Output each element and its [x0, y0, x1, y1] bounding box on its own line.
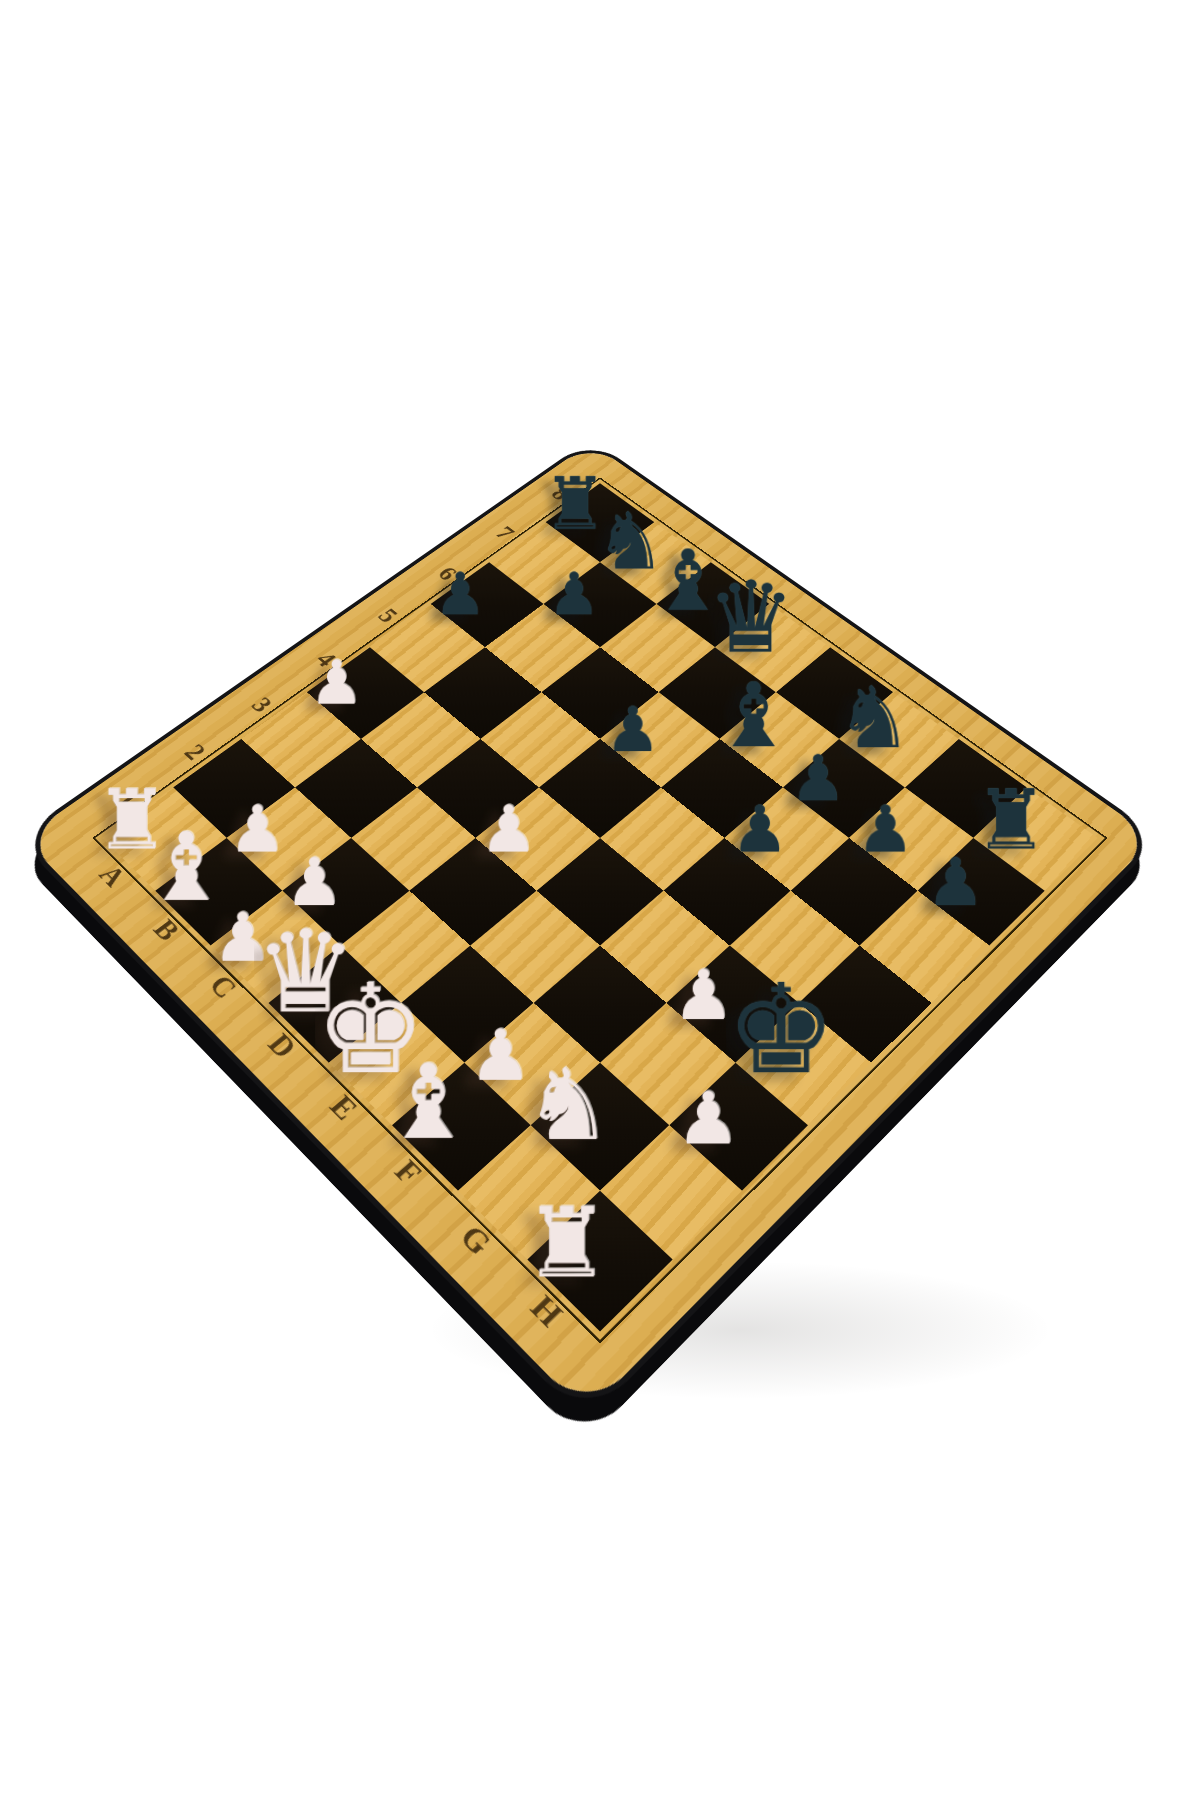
piece-black-queen: ♛ [707, 569, 789, 668]
piece-black-pawn: ♟ [420, 565, 501, 624]
piece-white-knight: ♞ [519, 1056, 618, 1155]
piece-white-rook: ♜ [515, 1195, 619, 1292]
product-photo-scene: 87654321 ABCDEFGH ♜♞♝♛♞♜♟♝♟♟♟♟♟♟♟♟♟♚♟♟♟♟… [0, 0, 1200, 1800]
piece-black-pawn: ♟ [715, 797, 804, 862]
piece-white-pawn: ♟ [295, 652, 379, 713]
piece-black-pawn: ♟ [590, 699, 675, 761]
piece-black-pawn: ♟ [910, 849, 1001, 915]
piece-white-pawn: ♟ [464, 797, 553, 862]
piece-white-pawn: ♟ [659, 1083, 758, 1155]
piece-black-pawn: ♟ [534, 565, 615, 624]
piece-white-bishop: ♝ [379, 1051, 478, 1155]
piece-black-king: ♚ [726, 968, 823, 1091]
board-grid: ♜♞♝♛♞♜♟♝♟♟♟♟♟♟♟♟♟♚♟♟♟♟♞♜♝♟♛♚♝♜ [102, 483, 1098, 1331]
